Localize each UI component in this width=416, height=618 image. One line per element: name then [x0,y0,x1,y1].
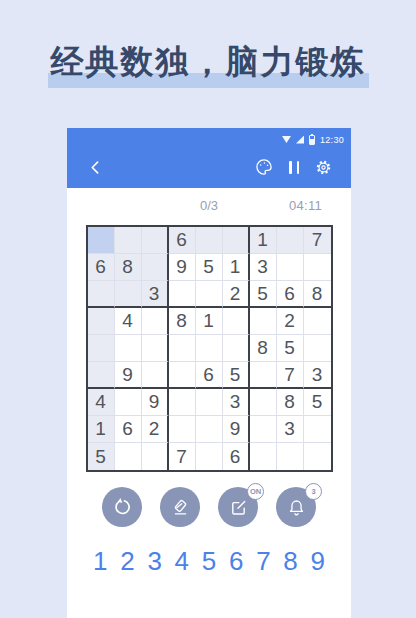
sudoku-cell-r8c4[interactable] [169,416,196,443]
sudoku-cell-r2c5[interactable]: 5 [196,254,223,281]
toolbar: ON 3 [67,487,351,527]
sudoku-cell-r7c8[interactable]: 8 [277,389,304,416]
sudoku-cell-r8c1[interactable]: 1 [88,416,115,443]
sudoku-cell-r5c8[interactable]: 5 [277,335,304,362]
mistakes-counter: 0/3 [200,198,218,213]
numpad-6[interactable]: 6 [229,546,243,577]
undo-icon [111,496,133,518]
sudoku-cell-r4c6[interactable] [223,308,250,335]
sudoku-cell-r4c3[interactable] [142,308,169,335]
sudoku-cell-r6c3[interactable] [142,362,169,389]
game-info-row: 0/3 04:11 [67,196,351,216]
sudoku-cell-r1c6[interactable] [223,227,250,254]
pause-icon [289,161,292,174]
sudoku-cell-r5c4[interactable] [169,335,196,362]
signal-icon [296,136,304,144]
pause-icon [297,161,300,174]
sudoku-cell-r3c2[interactable] [115,281,142,308]
sudoku-cell-r6c2[interactable]: 9 [115,362,142,389]
sudoku-cell-r6c6[interactable]: 5 [223,362,250,389]
status-bar: 12:30 [67,128,351,146]
eraser-button[interactable] [160,487,200,527]
sudoku-cell-r2c3[interactable] [142,254,169,281]
nav-bar [67,146,351,188]
sudoku-cell-r5c5[interactable] [196,335,223,362]
settings-button[interactable] [314,158,333,177]
status-time: 12:30 [320,135,344,145]
sudoku-cell-r2c2[interactable]: 8 [115,254,142,281]
notes-on-badge: ON [247,483,264,500]
sudoku-cell-r8c5[interactable] [196,416,223,443]
sudoku-cell-r2c8[interactable] [277,254,304,281]
sudoku-cell-r2c6[interactable]: 1 [223,254,250,281]
sudoku-cell-r7c7[interactable] [250,389,277,416]
sudoku-cell-r9c2[interactable] [115,443,142,470]
sudoku-cell-r3c6[interactable]: 2 [223,281,250,308]
sudoku-cell-r9c1[interactable]: 5 [88,443,115,470]
hint-button[interactable]: 3 [276,487,316,527]
sudoku-cell-r6c4[interactable] [169,362,196,389]
sudoku-cell-r8c7[interactable] [250,416,277,443]
notes-pencil-icon [228,497,249,518]
sudoku-cell-r9c4[interactable]: 7 [169,443,196,470]
sudoku-cell-r4c1[interactable] [88,308,115,335]
sudoku-cell-r5c2[interactable] [115,335,142,362]
eraser-icon [170,497,191,518]
sudoku-cell-r4c4[interactable]: 8 [169,308,196,335]
battery-icon [309,135,315,145]
sudoku-cell-r3c5[interactable] [196,281,223,308]
sudoku-cell-r2c7[interactable]: 3 [250,254,277,281]
sudoku-cell-r1c3[interactable] [142,227,169,254]
numpad-2[interactable]: 2 [120,546,134,577]
sudoku-cell-r5c7[interactable]: 8 [250,335,277,362]
sudoku-cell-r1c8[interactable] [277,227,304,254]
sudoku-cell-r7c1[interactable]: 4 [88,389,115,416]
sudoku-cell-r7c2[interactable] [115,389,142,416]
game-timer: 04:11 [289,198,322,213]
sudoku-cell-r9c7[interactable] [250,443,277,470]
sudoku-cell-r6c9[interactable]: 3 [304,362,331,389]
sudoku-cell-r3c3[interactable]: 3 [142,281,169,308]
app-header: 12:30 [67,128,351,188]
screen: 经典数独，脑力锻炼 12:30 [0,0,416,618]
hint-count-badge: 3 [305,483,322,500]
sudoku-cell-r1c1[interactable] [88,227,115,254]
sudoku-cell-r9c8[interactable] [277,443,304,470]
sudoku-cell-r1c9[interactable]: 7 [304,227,331,254]
sudoku-cell-r8c6[interactable]: 9 [223,416,250,443]
sudoku-cell-r1c7[interactable]: 1 [250,227,277,254]
settings-gear-icon [314,158,333,177]
sudoku-cell-r2c9[interactable] [304,254,331,281]
numpad-3[interactable]: 3 [147,546,161,577]
sudoku-cell-r3c4[interactable] [169,281,196,308]
sudoku-cell-r4c9[interactable] [304,308,331,335]
numpad-9[interactable]: 9 [311,546,325,577]
sudoku-board: 61768951332568481285965734938516293576 [86,225,333,472]
sudoku-cell-r1c5[interactable] [196,227,223,254]
wifi-icon [282,136,291,143]
numpad-8[interactable]: 8 [283,546,297,577]
sudoku-cell-r8c8[interactable]: 3 [277,416,304,443]
sudoku-cell-r6c8[interactable]: 7 [277,362,304,389]
sudoku-cell-r7c4[interactable] [169,389,196,416]
sudoku-cell-r6c1[interactable] [88,362,115,389]
back-button[interactable] [87,159,104,176]
sudoku-cell-r5c1[interactable] [88,335,115,362]
sudoku-cell-r8c2[interactable]: 6 [115,416,142,443]
numpad-4[interactable]: 4 [175,546,189,577]
sudoku-cell-r8c3[interactable]: 2 [142,416,169,443]
theme-button[interactable] [254,157,274,177]
phone-mockup: 12:30 [67,128,351,618]
pause-button[interactable] [287,161,301,174]
numpad-1[interactable]: 1 [93,546,107,577]
sudoku-cell-r4c8[interactable]: 2 [277,308,304,335]
sudoku-cell-r7c3[interactable]: 9 [142,389,169,416]
sudoku-cell-r2c1[interactable]: 6 [88,254,115,281]
numpad-7[interactable]: 7 [256,546,270,577]
undo-button[interactable] [102,487,142,527]
palette-icon [254,157,274,177]
sudoku-cell-r1c4[interactable]: 6 [169,227,196,254]
sudoku-cell-r3c9[interactable]: 8 [304,281,331,308]
sudoku-cell-r6c7[interactable] [250,362,277,389]
sudoku-cell-r5c6[interactable] [223,335,250,362]
promo-headline-text: 经典数独，脑力锻炼 [48,40,369,88]
sudoku-cell-r5c9[interactable] [304,335,331,362]
sudoku-cell-r7c9[interactable]: 5 [304,389,331,416]
sudoku-cell-r3c7[interactable]: 5 [250,281,277,308]
sudoku-cell-r7c5[interactable] [196,389,223,416]
notes-button[interactable]: ON [218,487,258,527]
sudoku-cell-r2c4[interactable]: 9 [169,254,196,281]
sudoku-cell-r4c7[interactable] [250,308,277,335]
sudoku-cell-r9c9[interactable] [304,443,331,470]
sudoku-cell-r3c1[interactable] [88,281,115,308]
sudoku-cell-r5c3[interactable] [142,335,169,362]
promo-headline: 经典数独，脑力锻炼 [0,40,416,88]
sudoku-cell-r9c3[interactable] [142,443,169,470]
sudoku-cell-r7c6[interactable]: 3 [223,389,250,416]
number-pad: 123456789 [67,546,351,577]
sudoku-cell-r8c9[interactable] [304,416,331,443]
sudoku-cell-r9c6[interactable]: 6 [223,443,250,470]
sudoku-cell-r9c5[interactable] [196,443,223,470]
sudoku-cell-r6c5[interactable]: 6 [196,362,223,389]
sudoku-cell-r1c2[interactable] [115,227,142,254]
sudoku-cell-r4c5[interactable]: 1 [196,308,223,335]
sudoku-cell-r4c2[interactable]: 4 [115,308,142,335]
chevron-left-icon [87,159,104,176]
numpad-5[interactable]: 5 [202,546,216,577]
sudoku-cell-r3c8[interactable]: 6 [277,281,304,308]
bell-icon [286,497,307,518]
